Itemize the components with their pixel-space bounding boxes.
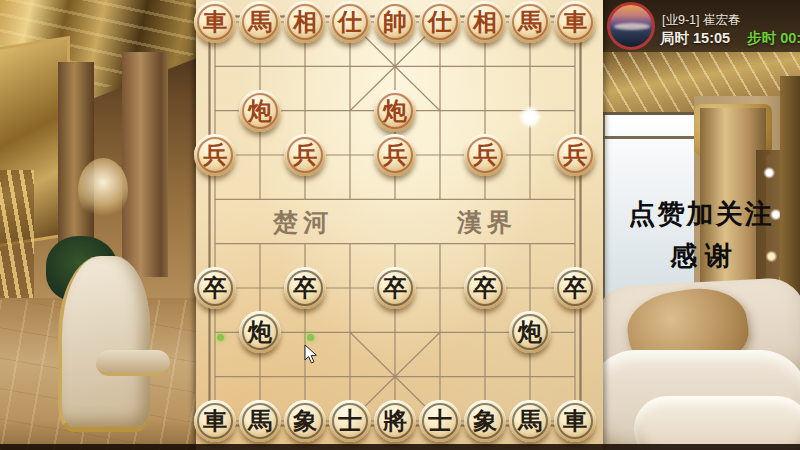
chandelier-glow [78, 158, 128, 222]
piece-black-soldier[interactable]: 卒 [464, 267, 506, 309]
piece-red-cannon[interactable]: 炮 [374, 90, 416, 132]
piece-glyph: 兵 [554, 134, 596, 176]
piece-glyph: 士 [419, 400, 461, 442]
piece-glyph: 兵 [464, 134, 506, 176]
piece-glyph: 炮 [509, 311, 551, 353]
piece-black-chariot[interactable]: 車 [554, 400, 596, 442]
piece-black-horse[interactable]: 馬 [239, 400, 281, 442]
piece-glyph: 炮 [239, 311, 281, 353]
river-label-chu: 楚河 [268, 206, 338, 239]
piece-glyph: 將 [374, 400, 416, 442]
piece-red-chariot[interactable]: 車 [554, 1, 596, 43]
screenshot-root: 楚河 漢界 車馬相仕帥仕相馬車炮炮兵兵兵兵兵卒卒卒卒卒炮炮車馬象士將士象馬車 [… [0, 0, 800, 450]
piece-black-chariot[interactable]: 車 [194, 400, 236, 442]
game-time-label: 局时 [660, 30, 689, 46]
piece-glyph: 馬 [509, 1, 551, 43]
piece-glyph: 馬 [239, 1, 281, 43]
piece-red-soldier[interactable]: 兵 [464, 134, 506, 176]
piece-black-soldier[interactable]: 卒 [554, 267, 596, 309]
move-time-label: 步时 [747, 30, 776, 46]
piece-red-elephant[interactable]: 相 [464, 1, 506, 43]
piece-glyph: 車 [554, 1, 596, 43]
mouse-cursor [304, 344, 318, 364]
piece-red-general[interactable]: 帥 [374, 1, 416, 43]
piece-glyph: 相 [284, 1, 326, 43]
piece-glyph: 卒 [464, 267, 506, 309]
piece-red-soldier[interactable]: 兵 [374, 134, 416, 176]
timer-row: 局时 15:05 步时 00:30 [660, 29, 800, 48]
room-background-left [0, 0, 200, 450]
piece-black-elephant[interactable]: 象 [284, 400, 326, 442]
window-transom [602, 136, 702, 139]
piece-glyph: 卒 [194, 267, 236, 309]
piece-black-cannon[interactable]: 炮 [239, 311, 281, 353]
player-name: [业9-1] 崔宏春 [662, 12, 741, 29]
piece-red-soldier[interactable]: 兵 [284, 134, 326, 176]
piece-black-elephant[interactable]: 象 [464, 400, 506, 442]
piece-glyph: 士 [329, 400, 371, 442]
piece-red-horse[interactable]: 馬 [509, 1, 551, 43]
piece-black-cannon[interactable]: 炮 [509, 311, 551, 353]
piece-red-elephant[interactable]: 相 [284, 1, 326, 43]
piece-glyph: 馬 [239, 400, 281, 442]
piece-red-advisor[interactable]: 仕 [329, 1, 371, 43]
piece-glyph: 馬 [509, 400, 551, 442]
piece-glyph: 炮 [374, 90, 416, 132]
overlay-line1: 点赞加关注 [602, 196, 800, 232]
player-avatar[interactable] [607, 2, 655, 50]
piece-black-general[interactable]: 將 [374, 400, 416, 442]
xiangqi-board[interactable]: 楚河 漢界 車馬相仕帥仕相馬車炮炮兵兵兵兵兵卒卒卒卒卒炮炮車馬象士將士象馬車 [196, 0, 603, 450]
piece-glyph: 車 [554, 400, 596, 442]
piece-red-horse[interactable]: 馬 [239, 1, 281, 43]
overlay-line2: 感谢 [602, 238, 800, 274]
piece-red-soldier[interactable]: 兵 [554, 134, 596, 176]
game-time-value: 15:05 [693, 30, 730, 46]
piece-black-advisor[interactable]: 士 [329, 400, 371, 442]
marble-column [122, 52, 168, 277]
piece-glyph: 相 [464, 1, 506, 43]
board-grid [196, 0, 603, 450]
last-move-sparkle [517, 104, 543, 130]
player-hud: [业9-1] 崔宏春 局时 15:05 步时 00:30 [604, 0, 800, 56]
piece-black-soldier[interactable]: 卒 [284, 267, 326, 309]
move-time-value: 00:30 [780, 30, 800, 46]
piece-glyph: 兵 [194, 134, 236, 176]
piece-glyph: 車 [194, 1, 236, 43]
piece-glyph: 卒 [284, 267, 326, 309]
piece-glyph: 仕 [329, 1, 371, 43]
piece-black-advisor[interactable]: 士 [419, 400, 461, 442]
piece-glyph: 車 [194, 400, 236, 442]
piece-glyph: 卒 [374, 267, 416, 309]
gilded-chair [58, 256, 150, 432]
overlay-caption: 点赞加关注 感谢 [602, 196, 800, 274]
piece-glyph: 炮 [239, 90, 281, 132]
piece-glyph: 卒 [554, 267, 596, 309]
piece-red-cannon[interactable]: 炮 [239, 90, 281, 132]
piece-red-chariot[interactable]: 車 [194, 1, 236, 43]
piece-black-horse[interactable]: 馬 [509, 400, 551, 442]
piece-red-advisor[interactable]: 仕 [419, 1, 461, 43]
piece-glyph: 象 [284, 400, 326, 442]
couch-bolster [634, 396, 800, 450]
chair-armrest [96, 350, 170, 376]
piece-glyph: 象 [464, 400, 506, 442]
piece-glyph: 仕 [419, 1, 461, 43]
bottom-edge-bar [0, 444, 800, 450]
piece-black-soldier[interactable]: 卒 [194, 267, 236, 309]
piece-black-soldier[interactable]: 卒 [374, 267, 416, 309]
piece-glyph: 兵 [284, 134, 326, 176]
piece-glyph: 帥 [374, 1, 416, 43]
piece-red-soldier[interactable]: 兵 [194, 134, 236, 176]
river-label-han: 漢界 [452, 206, 522, 239]
piece-glyph: 兵 [374, 134, 416, 176]
